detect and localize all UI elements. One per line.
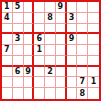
cell-r7c1-empty[interactable] xyxy=(2,67,13,78)
cell-r5c4-given: 1 xyxy=(34,45,45,56)
cell-r5c1-given: 7 xyxy=(2,45,13,56)
cell-r1c2-given: 5 xyxy=(13,2,24,13)
cell-r4c2-given: 3 xyxy=(13,34,24,45)
cell-r4c3-empty[interactable] xyxy=(24,34,35,45)
cell-r6c3-empty[interactable] xyxy=(24,56,35,67)
cell-r7c4-empty[interactable] xyxy=(34,67,45,78)
cell-r5c2-empty[interactable] xyxy=(13,45,24,56)
cell-r2c4-empty[interactable] xyxy=(34,13,45,24)
cell-r2c9-empty[interactable] xyxy=(88,13,99,24)
cell-r7c8-empty[interactable] xyxy=(77,67,88,78)
cell-r6c5-empty[interactable] xyxy=(45,56,56,67)
cell-r2c7-given: 3 xyxy=(67,13,78,24)
cell-r8c5-empty[interactable] xyxy=(45,77,56,88)
cell-r8c7-empty[interactable] xyxy=(67,77,78,88)
cell-r6c7-empty[interactable] xyxy=(67,56,78,67)
cell-r2c2-empty[interactable] xyxy=(13,13,24,24)
cell-r4c4-given: 6 xyxy=(34,34,45,45)
cell-r9c1-empty[interactable] xyxy=(2,88,13,99)
cell-r4c8-empty[interactable] xyxy=(77,34,88,45)
cell-r2c6-empty[interactable] xyxy=(56,13,67,24)
cell-r3c7-empty[interactable] xyxy=(67,24,78,35)
cell-r7c5-given: 2 xyxy=(45,67,56,78)
cell-r5c6-empty[interactable] xyxy=(56,45,67,56)
cell-r9c6-empty[interactable] xyxy=(56,88,67,99)
cell-r8c1-empty[interactable] xyxy=(2,77,13,88)
cell-r7c9-empty[interactable] xyxy=(88,67,99,78)
cell-r2c1-given: 4 xyxy=(2,13,13,24)
cell-r4c1-empty[interactable] xyxy=(2,34,13,45)
cell-r6c1-empty[interactable] xyxy=(2,56,13,67)
sudoku-board: 15948336971692718 xyxy=(0,0,101,101)
cell-r6c2-empty[interactable] xyxy=(13,56,24,67)
cell-r4c9-empty[interactable] xyxy=(88,34,99,45)
cell-r3c9-empty[interactable] xyxy=(88,24,99,35)
cell-r1c4-empty[interactable] xyxy=(34,2,45,13)
cell-r7c7-empty[interactable] xyxy=(67,67,78,78)
cell-r4c7-given: 9 xyxy=(67,34,78,45)
cell-r3c6-empty[interactable] xyxy=(56,24,67,35)
cell-r8c8-given: 7 xyxy=(77,77,88,88)
cell-r8c4-empty[interactable] xyxy=(34,77,45,88)
cell-r3c8-empty[interactable] xyxy=(77,24,88,35)
cell-r5c3-empty[interactable] xyxy=(24,45,35,56)
cell-r6c8-empty[interactable] xyxy=(77,56,88,67)
cell-r5c9-empty[interactable] xyxy=(88,45,99,56)
cell-r9c8-given: 8 xyxy=(77,88,88,99)
cell-r2c3-empty[interactable] xyxy=(24,13,35,24)
cell-r8c2-empty[interactable] xyxy=(13,77,24,88)
cell-r6c6-empty[interactable] xyxy=(56,56,67,67)
cell-r5c7-empty[interactable] xyxy=(67,45,78,56)
cell-r3c4-empty[interactable] xyxy=(34,24,45,35)
cell-r9c5-empty[interactable] xyxy=(45,88,56,99)
cell-r8c6-empty[interactable] xyxy=(56,77,67,88)
cell-r8c9-given: 1 xyxy=(88,77,99,88)
cell-r3c2-empty[interactable] xyxy=(13,24,24,35)
cell-r3c3-empty[interactable] xyxy=(24,24,35,35)
cell-r3c5-empty[interactable] xyxy=(45,24,56,35)
cell-r1c3-empty[interactable] xyxy=(24,2,35,13)
cell-r5c8-empty[interactable] xyxy=(77,45,88,56)
cell-r1c7-empty[interactable] xyxy=(67,2,78,13)
cell-r7c3-given: 9 xyxy=(24,67,35,78)
cell-r8c3-empty[interactable] xyxy=(24,77,35,88)
cell-r7c2-given: 6 xyxy=(13,67,24,78)
cell-r9c7-empty[interactable] xyxy=(67,88,78,99)
cell-r1c8-empty[interactable] xyxy=(77,2,88,13)
cell-r1c9-empty[interactable] xyxy=(88,2,99,13)
cell-r9c9-empty[interactable] xyxy=(88,88,99,99)
cell-r5c5-empty[interactable] xyxy=(45,45,56,56)
cell-r9c3-empty[interactable] xyxy=(24,88,35,99)
cell-r6c9-empty[interactable] xyxy=(88,56,99,67)
cell-r1c6-given: 9 xyxy=(56,2,67,13)
cell-r2c5-given: 8 xyxy=(45,13,56,24)
cell-r4c6-empty[interactable] xyxy=(56,34,67,45)
cell-r2c8-empty[interactable] xyxy=(77,13,88,24)
cell-r9c2-empty[interactable] xyxy=(13,88,24,99)
cell-r3c1-empty[interactable] xyxy=(2,24,13,35)
cell-r6c4-empty[interactable] xyxy=(34,56,45,67)
cell-r1c5-empty[interactable] xyxy=(45,2,56,13)
cell-r4c5-empty[interactable] xyxy=(45,34,56,45)
cell-r1c1-given: 1 xyxy=(2,2,13,13)
cell-r9c4-empty[interactable] xyxy=(34,88,45,99)
cell-r7c6-empty[interactable] xyxy=(56,67,67,78)
